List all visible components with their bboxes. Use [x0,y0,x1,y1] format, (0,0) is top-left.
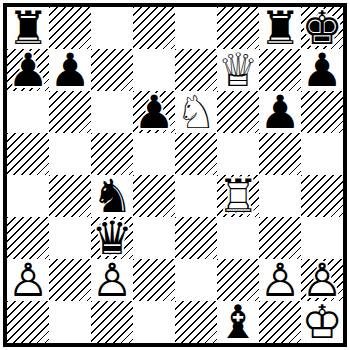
black-pawn-icon: ♟ [133,91,175,133]
black-king-icon: ♚ [301,7,343,49]
square-h6[interactable] [301,91,343,133]
white-knight-halo: ♞ [175,91,217,133]
piece-white-pawn: ♟♙ [7,259,49,301]
black-pawn-icon: ♟ [259,91,301,133]
chess-board: ♜♜♜♜♚♚♟♟♟♟♛♕♟♟♟♟♞♘♟♟♞♞♜♖♛♛♟♙♟♙♟♙♟♙♝♝♚♔ [7,7,343,343]
square-d6[interactable]: ♟♟ [133,91,175,133]
square-g7[interactable] [259,49,301,91]
square-c5[interactable] [91,133,133,175]
chess-diagram: ♜♜♜♜♚♚♟♟♟♟♛♕♟♟♟♟♞♘♟♟♞♞♜♖♛♛♟♙♟♙♟♙♟♙♝♝♚♔ [0,0,350,350]
square-e3[interactable] [175,217,217,259]
square-g3[interactable] [259,217,301,259]
piece-black-pawn: ♟♟ [301,49,343,91]
piece-white-king: ♚♔ [301,301,343,343]
square-h1[interactable]: ♚♔ [301,301,343,343]
black-rook-icon: ♜ [7,7,49,49]
piece-black-pawn: ♟♟ [259,91,301,133]
square-b6[interactable] [49,91,91,133]
square-c6[interactable] [91,91,133,133]
square-c4[interactable]: ♞♞ [91,175,133,217]
white-queen-halo: ♛ [217,49,259,91]
piece-white-queen: ♛♕ [217,49,259,91]
square-b2[interactable] [49,259,91,301]
square-a8[interactable]: ♜♜ [7,7,49,49]
black-knight-halo: ♞ [91,175,133,217]
square-f1[interactable]: ♝♝ [217,301,259,343]
piece-black-rook: ♜♜ [259,7,301,49]
white-knight-icon: ♘ [175,91,217,133]
square-a1[interactable] [7,301,49,343]
square-f3[interactable] [217,217,259,259]
square-g4[interactable] [259,175,301,217]
piece-black-bishop: ♝♝ [217,301,259,343]
square-c7[interactable] [91,49,133,91]
square-c2[interactable]: ♟♙ [91,259,133,301]
square-f8[interactable] [217,7,259,49]
piece-white-rook: ♜♖ [217,175,259,217]
square-e6[interactable]: ♞♘ [175,91,217,133]
square-b4[interactable] [49,175,91,217]
black-bishop-halo: ♝ [217,301,259,343]
black-pawn-halo: ♟ [7,49,49,91]
piece-black-rook: ♜♜ [7,7,49,49]
square-f5[interactable] [217,133,259,175]
white-queen-icon: ♕ [217,49,259,91]
black-pawn-icon: ♟ [301,49,343,91]
white-rook-halo: ♜ [217,175,259,217]
square-d7[interactable] [133,49,175,91]
black-rook-icon: ♜ [259,7,301,49]
piece-white-knight: ♞♘ [175,91,217,133]
square-a4[interactable] [7,175,49,217]
square-e7[interactable] [175,49,217,91]
piece-black-pawn: ♟♟ [49,49,91,91]
white-pawn-icon: ♙ [91,259,133,301]
black-pawn-halo: ♟ [49,49,91,91]
square-b8[interactable] [49,7,91,49]
piece-white-pawn: ♟♙ [301,259,343,301]
square-a5[interactable] [7,133,49,175]
square-f2[interactable] [217,259,259,301]
square-e1[interactable] [175,301,217,343]
square-f6[interactable] [217,91,259,133]
square-a3[interactable] [7,217,49,259]
black-rook-halo: ♜ [7,7,49,49]
white-pawn-icon: ♙ [7,259,49,301]
square-h3[interactable] [301,217,343,259]
square-b5[interactable] [49,133,91,175]
square-g1[interactable] [259,301,301,343]
square-e2[interactable] [175,259,217,301]
piece-black-knight: ♞♞ [91,175,133,217]
square-d2[interactable] [133,259,175,301]
square-d4[interactable] [133,175,175,217]
square-b1[interactable] [49,301,91,343]
piece-white-pawn: ♟♙ [91,259,133,301]
black-pawn-halo: ♟ [133,91,175,133]
white-pawn-halo: ♟ [91,259,133,301]
black-pawn-halo: ♟ [259,91,301,133]
square-d3[interactable] [133,217,175,259]
white-pawn-halo: ♟ [301,259,343,301]
piece-black-pawn: ♟♟ [7,49,49,91]
piece-black-king: ♚♚ [301,7,343,49]
black-rook-halo: ♜ [259,7,301,49]
black-king-halo: ♚ [301,7,343,49]
white-pawn-icon: ♙ [301,259,343,301]
white-pawn-halo: ♟ [7,259,49,301]
white-king-halo: ♚ [301,301,343,343]
black-pawn-icon: ♟ [7,49,49,91]
square-a7[interactable]: ♟♟ [7,49,49,91]
square-e5[interactable] [175,133,217,175]
black-queen-icon: ♛ [91,217,133,259]
black-pawn-icon: ♟ [49,49,91,91]
white-king-icon: ♔ [301,301,343,343]
white-pawn-icon: ♙ [259,259,301,301]
square-g2[interactable]: ♟♙ [259,259,301,301]
piece-white-pawn: ♟♙ [259,259,301,301]
square-c1[interactable] [91,301,133,343]
square-d8[interactable] [133,7,175,49]
square-f7[interactable]: ♛♕ [217,49,259,91]
black-queen-halo: ♛ [91,217,133,259]
square-h2[interactable]: ♟♙ [301,259,343,301]
square-h7[interactable]: ♟♟ [301,49,343,91]
square-e4[interactable] [175,175,217,217]
piece-black-pawn: ♟♟ [133,91,175,133]
square-g8[interactable]: ♜♜ [259,7,301,49]
square-g5[interactable] [259,133,301,175]
square-h4[interactable] [301,175,343,217]
square-h8[interactable]: ♚♚ [301,7,343,49]
white-rook-icon: ♖ [217,175,259,217]
black-pawn-halo: ♟ [301,49,343,91]
white-pawn-halo: ♟ [259,259,301,301]
square-g6[interactable]: ♟♟ [259,91,301,133]
square-a2[interactable]: ♟♙ [7,259,49,301]
square-b3[interactable] [49,217,91,259]
square-a6[interactable] [7,91,49,133]
square-c8[interactable] [91,7,133,49]
square-b7[interactable]: ♟♟ [49,49,91,91]
square-f4[interactable]: ♜♖ [217,175,259,217]
black-bishop-icon: ♝ [217,301,259,343]
square-e8[interactable] [175,7,217,49]
square-h5[interactable] [301,133,343,175]
square-d1[interactable] [133,301,175,343]
piece-black-queen: ♛♛ [91,217,133,259]
square-d5[interactable] [133,133,175,175]
board-frame: ♜♜♜♜♚♚♟♟♟♟♛♕♟♟♟♟♞♘♟♟♞♞♜♖♛♛♟♙♟♙♟♙♟♙♝♝♚♔ [3,3,347,347]
square-c3[interactable]: ♛♛ [91,217,133,259]
black-knight-icon: ♞ [91,175,133,217]
